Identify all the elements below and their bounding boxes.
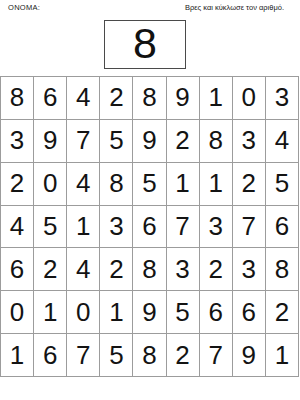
grid-cell[interactable]: 9	[233, 334, 266, 377]
grid-cell[interactable]: 2	[167, 334, 200, 377]
grid-cell[interactable]: 8	[133, 248, 166, 291]
grid-cell[interactable]: 0	[1, 291, 34, 334]
grid-cell[interactable]: 2	[266, 291, 299, 334]
grid-cell[interactable]: 1	[200, 77, 233, 120]
grid-cell[interactable]: 5	[133, 163, 166, 206]
grid-cell[interactable]: 2	[1, 163, 34, 206]
grid-cell[interactable]: 7	[167, 206, 200, 249]
grid-cell[interactable]: 7	[233, 206, 266, 249]
grid-cell[interactable]: 2	[34, 248, 67, 291]
grid-cell[interactable]: 0	[67, 291, 100, 334]
grid-cell[interactable]: 9	[133, 120, 166, 163]
grid-cell[interactable]: 0	[233, 77, 266, 120]
grid-cell[interactable]: 4	[266, 120, 299, 163]
grid-cell[interactable]: 6	[133, 206, 166, 249]
grid-cell[interactable]: 3	[233, 120, 266, 163]
grid-cell[interactable]: 1	[167, 163, 200, 206]
grid-cell[interactable]: 6	[34, 77, 67, 120]
grid-cell[interactable]: 6	[1, 248, 34, 291]
grid-cell[interactable]: 4	[67, 163, 100, 206]
grid-cell[interactable]: 7	[67, 334, 100, 377]
grid-cell[interactable]: 3	[266, 77, 299, 120]
instruction-text: Βρες και κύκλωσε τον αριθμό.	[185, 3, 284, 12]
grid-cell[interactable]: 2	[167, 120, 200, 163]
grid-cell[interactable]: 8	[133, 334, 166, 377]
grid-cell[interactable]: 5	[100, 334, 133, 377]
target-number-box: 8	[104, 20, 186, 69]
grid-cell[interactable]: 5	[100, 120, 133, 163]
grid-cell[interactable]: 3	[1, 120, 34, 163]
grid-cell[interactable]: 4	[1, 206, 34, 249]
grid-cell[interactable]: 7	[200, 334, 233, 377]
grid-cell[interactable]: 9	[133, 291, 166, 334]
grid-cell[interactable]: 5	[266, 163, 299, 206]
grid-cell[interactable]: 9	[167, 77, 200, 120]
grid-cell[interactable]: 2	[100, 77, 133, 120]
grid-cell[interactable]: 9	[34, 120, 67, 163]
grid-cell[interactable]: 1	[100, 291, 133, 334]
grid-cell[interactable]: 8	[266, 248, 299, 291]
target-number: 8	[133, 22, 157, 65]
grid-cell[interactable]: 5	[34, 206, 67, 249]
grid-cell[interactable]: 4	[67, 248, 100, 291]
grid-cell[interactable]: 1	[200, 163, 233, 206]
grid-cell[interactable]: 8	[133, 77, 166, 120]
grid-cell[interactable]: 8	[1, 77, 34, 120]
grid-cell[interactable]: 8	[100, 163, 133, 206]
grid-cell[interactable]: 3	[100, 206, 133, 249]
grid-cell[interactable]: 3	[233, 248, 266, 291]
grid-cell[interactable]: 1	[34, 291, 67, 334]
grid-cell[interactable]: 6	[200, 291, 233, 334]
grid-cell[interactable]: 6	[266, 206, 299, 249]
grid-cell[interactable]: 6	[233, 291, 266, 334]
grid-cell[interactable]: 5	[167, 291, 200, 334]
grid-cell[interactable]: 2	[100, 248, 133, 291]
grid-cell[interactable]: 1	[67, 206, 100, 249]
grid-cell[interactable]: 4	[67, 77, 100, 120]
grid-cell[interactable]: 1	[266, 334, 299, 377]
grid-cell[interactable]: 3	[167, 248, 200, 291]
grid-cell[interactable]: 1	[1, 334, 34, 377]
grid-cell[interactable]: 2	[200, 248, 233, 291]
grid-cell[interactable]: 3	[200, 206, 233, 249]
grid-cell[interactable]: 8	[200, 120, 233, 163]
grid-cell[interactable]: 2	[233, 163, 266, 206]
grid-cell[interactable]: 0	[34, 163, 67, 206]
grid-cell[interactable]: 6	[34, 334, 67, 377]
grid-cell[interactable]: 7	[67, 120, 100, 163]
name-label: ΟΝΟΜΑ:	[8, 3, 40, 12]
digit-grid: 8642891033975928342048511254513673766242…	[0, 76, 299, 377]
